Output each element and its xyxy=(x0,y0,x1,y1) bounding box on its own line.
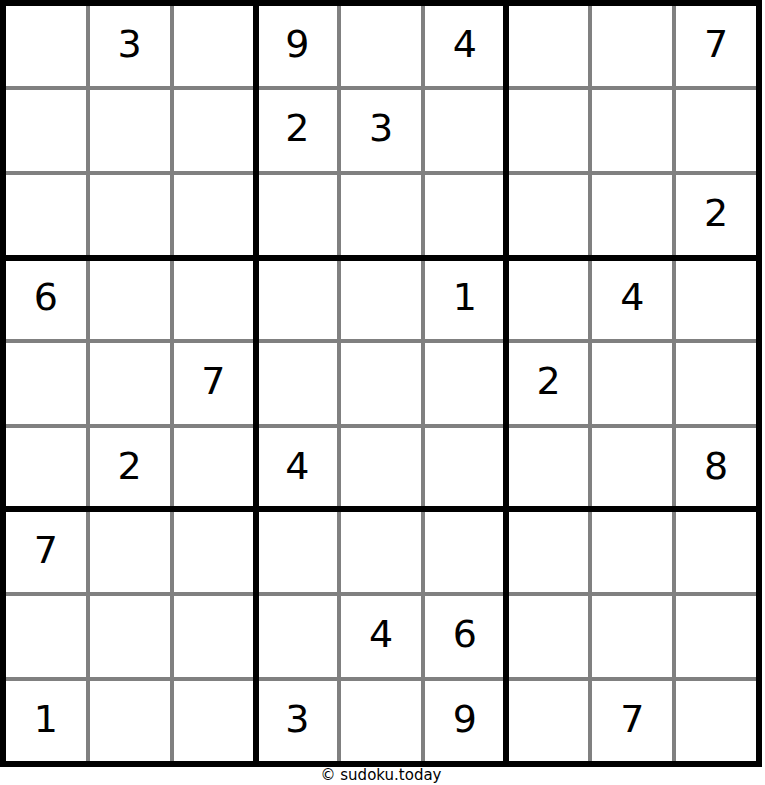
given-digit: 2 xyxy=(285,109,309,147)
cell-r3c2[interactable] xyxy=(90,175,170,255)
cell-r4c7[interactable] xyxy=(509,259,589,339)
given-digit: 7 xyxy=(34,531,58,569)
cell-r8c3[interactable] xyxy=(174,596,254,676)
cell-r5c8[interactable] xyxy=(592,343,672,423)
cell-r4c1[interactable]: 6 xyxy=(6,259,86,339)
cell-r2c9[interactable] xyxy=(676,90,756,170)
cell-r8c5[interactable]: 4 xyxy=(341,596,421,676)
cell-r7c6[interactable] xyxy=(425,512,505,592)
cell-r3c1[interactable] xyxy=(6,175,86,255)
cell-r5c2[interactable] xyxy=(90,343,170,423)
cell-r2c1[interactable] xyxy=(6,90,86,170)
cell-r3c6[interactable] xyxy=(425,175,505,255)
cell-r3c5[interactable] xyxy=(341,175,421,255)
given-digit: 6 xyxy=(34,278,58,316)
cell-r1c3[interactable] xyxy=(174,6,254,86)
cell-r1c4[interactable]: 9 xyxy=(257,6,337,86)
given-digit: 3 xyxy=(369,109,393,147)
cell-r6c3[interactable] xyxy=(174,428,254,508)
cell-r7c4[interactable] xyxy=(257,512,337,592)
cell-r4c5[interactable] xyxy=(341,259,421,339)
cell-r5c9[interactable] xyxy=(676,343,756,423)
cell-r2c3[interactable] xyxy=(174,90,254,170)
cell-r4c3[interactable] xyxy=(174,259,254,339)
given-digit: 4 xyxy=(453,25,477,63)
given-digit: 9 xyxy=(285,25,309,63)
cell-r4c6[interactable]: 1 xyxy=(425,259,505,339)
cell-r5c6[interactable] xyxy=(425,343,505,423)
given-digit: 7 xyxy=(620,700,644,738)
given-digit: 4 xyxy=(369,615,393,653)
cell-r9c7[interactable] xyxy=(509,681,589,761)
cell-r9c9[interactable] xyxy=(676,681,756,761)
cell-r6c7[interactable] xyxy=(509,428,589,508)
cell-r2c2[interactable] xyxy=(90,90,170,170)
cell-r6c5[interactable] xyxy=(341,428,421,508)
cell-r3c3[interactable] xyxy=(174,175,254,255)
copyright-text: © sudoku.today xyxy=(0,766,762,784)
cell-r8c7[interactable] xyxy=(509,596,589,676)
cell-r4c4[interactable] xyxy=(257,259,337,339)
cell-r1c1[interactable] xyxy=(6,6,86,86)
cell-r8c2[interactable] xyxy=(90,596,170,676)
cell-r7c9[interactable] xyxy=(676,512,756,592)
sudoku-board: 3947232614722487461397 xyxy=(0,0,762,767)
cell-r9c5[interactable] xyxy=(341,681,421,761)
cell-r6c1[interactable] xyxy=(6,428,86,508)
cell-r3c9[interactable]: 2 xyxy=(676,175,756,255)
given-digit: 4 xyxy=(285,447,309,485)
cell-r5c5[interactable] xyxy=(341,343,421,423)
cell-r1c7[interactable] xyxy=(509,6,589,86)
cell-r2c6[interactable] xyxy=(425,90,505,170)
cell-r2c5[interactable]: 3 xyxy=(341,90,421,170)
cell-r9c3[interactable] xyxy=(174,681,254,761)
cell-r5c4[interactable] xyxy=(257,343,337,423)
cell-r1c8[interactable] xyxy=(592,6,672,86)
cell-r9c4[interactable]: 3 xyxy=(257,681,337,761)
cell-r6c8[interactable] xyxy=(592,428,672,508)
cell-r9c6[interactable]: 9 xyxy=(425,681,505,761)
given-digit: 7 xyxy=(704,25,728,63)
sudoku-board-cells: 3947232614722487461397 xyxy=(6,6,756,761)
cell-r4c2[interactable] xyxy=(90,259,170,339)
cell-r8c6[interactable]: 6 xyxy=(425,596,505,676)
given-digit: 2 xyxy=(118,447,142,485)
cell-r5c7[interactable]: 2 xyxy=(509,343,589,423)
cell-r7c8[interactable] xyxy=(592,512,672,592)
cell-r2c7[interactable] xyxy=(509,90,589,170)
cell-r8c1[interactable] xyxy=(6,596,86,676)
given-digit: 1 xyxy=(453,278,477,316)
given-digit: 1 xyxy=(34,700,58,738)
cell-r1c5[interactable] xyxy=(341,6,421,86)
given-digit: 2 xyxy=(704,194,728,232)
given-digit: 3 xyxy=(118,25,142,63)
cell-r6c2[interactable]: 2 xyxy=(90,428,170,508)
cell-r1c9[interactable]: 7 xyxy=(676,6,756,86)
cell-r5c1[interactable] xyxy=(6,343,86,423)
cell-r3c8[interactable] xyxy=(592,175,672,255)
cell-r9c2[interactable] xyxy=(90,681,170,761)
cell-r5c3[interactable]: 7 xyxy=(174,343,254,423)
given-digit: 4 xyxy=(620,278,644,316)
cell-r6c4[interactable]: 4 xyxy=(257,428,337,508)
cell-r6c6[interactable] xyxy=(425,428,505,508)
cell-r7c2[interactable] xyxy=(90,512,170,592)
cell-r8c8[interactable] xyxy=(592,596,672,676)
cell-r9c8[interactable]: 7 xyxy=(592,681,672,761)
cell-r7c7[interactable] xyxy=(509,512,589,592)
given-digit: 9 xyxy=(453,700,477,738)
cell-r7c5[interactable] xyxy=(341,512,421,592)
given-digit: 2 xyxy=(536,362,560,400)
given-digit: 8 xyxy=(704,447,728,485)
cell-r4c9[interactable] xyxy=(676,259,756,339)
given-digit: 7 xyxy=(201,362,225,400)
cell-r1c6[interactable]: 4 xyxy=(425,6,505,86)
cell-r1c2[interactable]: 3 xyxy=(90,6,170,86)
cell-r2c8[interactable] xyxy=(592,90,672,170)
cell-r7c3[interactable] xyxy=(174,512,254,592)
given-digit: 6 xyxy=(453,615,477,653)
cell-r2c4[interactable]: 2 xyxy=(257,90,337,170)
cell-r6c9[interactable]: 8 xyxy=(676,428,756,508)
cell-r3c4[interactable] xyxy=(257,175,337,255)
cell-r3c7[interactable] xyxy=(509,175,589,255)
cell-r9c1[interactable]: 1 xyxy=(6,681,86,761)
given-digit: 3 xyxy=(285,700,309,738)
cell-r4c8[interactable]: 4 xyxy=(592,259,672,339)
cell-r7c1[interactable]: 7 xyxy=(6,512,86,592)
cell-r8c4[interactable] xyxy=(257,596,337,676)
cell-r8c9[interactable] xyxy=(676,596,756,676)
